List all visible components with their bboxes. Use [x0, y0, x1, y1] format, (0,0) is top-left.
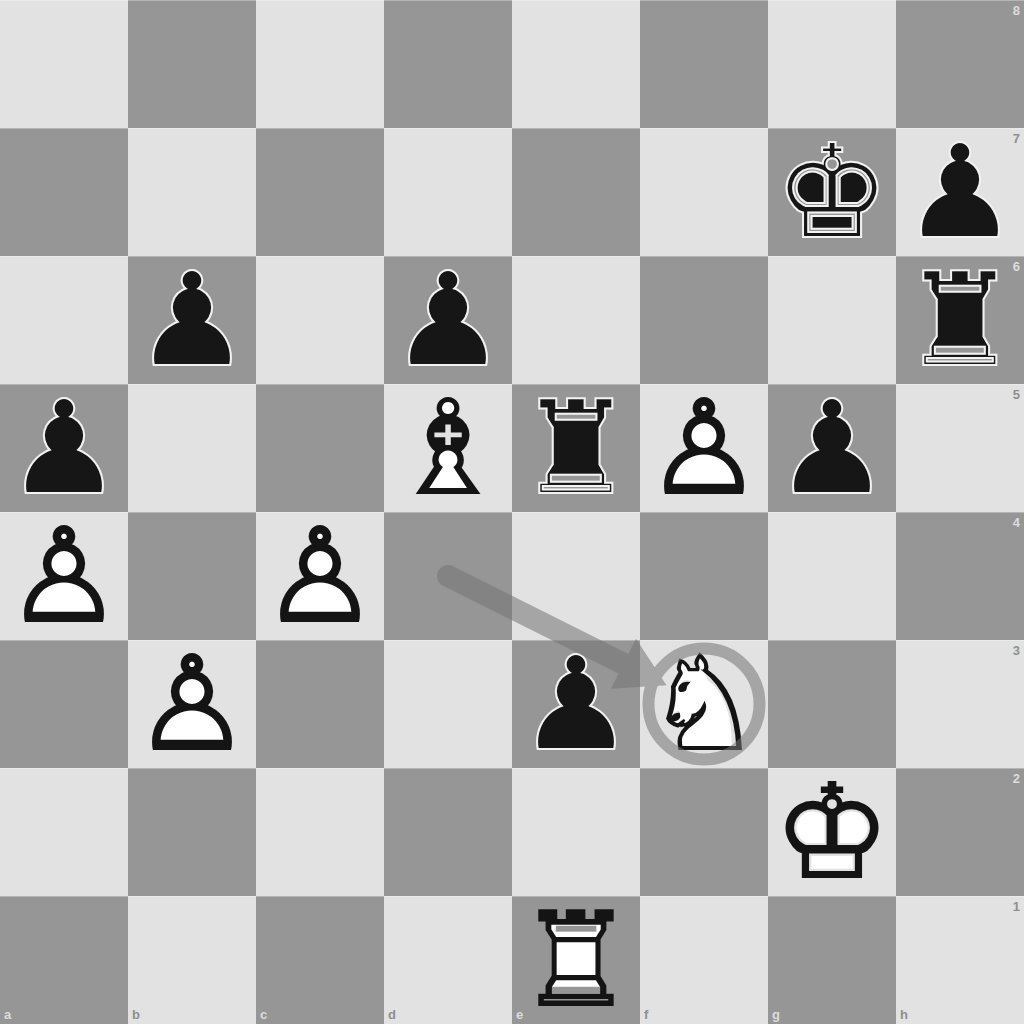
piece-white-rook[interactable]: ♜♖ [512, 896, 640, 1024]
square-h1[interactable]: 1h [896, 896, 1024, 1024]
square-h4[interactable]: 4 [896, 512, 1024, 640]
square-c7[interactable] [256, 128, 384, 256]
square-b8[interactable] [128, 0, 256, 128]
piece-black-pawn[interactable]: ♟ [384, 256, 512, 384]
square-c4[interactable]: ♟♙ [256, 512, 384, 640]
file-label-f: f [644, 1008, 648, 1021]
square-b4[interactable] [128, 512, 256, 640]
piece-black-pawn[interactable]: ♟ [0, 384, 128, 512]
square-e4[interactable] [512, 512, 640, 640]
square-e7[interactable] [512, 128, 640, 256]
square-a6[interactable] [0, 256, 128, 384]
square-f1[interactable]: f [640, 896, 768, 1024]
square-h3[interactable]: 3 [896, 640, 1024, 768]
square-h2[interactable]: 2 [896, 768, 1024, 896]
chess-board: 8♚7♟♟♟6♜♟♝♗♜♟♙♟5♟♙♟♙4♟♙♟♞♘3♚♔2abcde♜♖fg1… [0, 0, 1024, 1024]
piece-white-knight[interactable]: ♞♘ [640, 640, 768, 768]
square-a4[interactable]: ♟♙ [0, 512, 128, 640]
square-a2[interactable] [0, 768, 128, 896]
piece-white-king[interactable]: ♚♔ [768, 768, 896, 896]
piece-black-pawn[interactable]: ♟ [768, 384, 896, 512]
square-c2[interactable] [256, 768, 384, 896]
square-d1[interactable]: d [384, 896, 512, 1024]
square-f5[interactable]: ♟♙ [640, 384, 768, 512]
square-g1[interactable]: g [768, 896, 896, 1024]
square-d3[interactable] [384, 640, 512, 768]
piece-white-pawn[interactable]: ♟♙ [256, 512, 384, 640]
square-g4[interactable] [768, 512, 896, 640]
square-f6[interactable] [640, 256, 768, 384]
rank-label-4: 4 [1013, 516, 1020, 529]
square-e6[interactable] [512, 256, 640, 384]
piece-black-pawn[interactable]: ♟ [128, 256, 256, 384]
file-label-d: d [388, 1008, 396, 1021]
square-f7[interactable] [640, 128, 768, 256]
square-e3[interactable]: ♟ [512, 640, 640, 768]
piece-black-pawn[interactable]: ♟ [512, 640, 640, 768]
file-label-c: c [260, 1008, 267, 1021]
square-h8[interactable]: 8 [896, 0, 1024, 128]
square-f8[interactable] [640, 0, 768, 128]
square-h7[interactable]: 7♟ [896, 128, 1024, 256]
square-d7[interactable] [384, 128, 512, 256]
piece-white-pawn[interactable]: ♟♙ [0, 512, 128, 640]
rank-label-2: 2 [1013, 772, 1020, 785]
square-c3[interactable] [256, 640, 384, 768]
square-h5[interactable]: 5 [896, 384, 1024, 512]
file-label-h: h [900, 1008, 908, 1021]
square-e1[interactable]: e♜♖ [512, 896, 640, 1024]
square-c8[interactable] [256, 0, 384, 128]
rank-label-5: 5 [1013, 388, 1020, 401]
square-d2[interactable] [384, 768, 512, 896]
piece-white-pawn[interactable]: ♟♙ [640, 384, 768, 512]
file-label-b: b [132, 1008, 140, 1021]
square-c6[interactable] [256, 256, 384, 384]
square-d8[interactable] [384, 0, 512, 128]
file-label-g: g [772, 1008, 780, 1021]
square-a3[interactable] [0, 640, 128, 768]
square-b1[interactable]: b [128, 896, 256, 1024]
square-g7[interactable]: ♚ [768, 128, 896, 256]
square-b7[interactable] [128, 128, 256, 256]
square-f4[interactable] [640, 512, 768, 640]
square-a8[interactable] [0, 0, 128, 128]
square-d6[interactable]: ♟ [384, 256, 512, 384]
square-f2[interactable] [640, 768, 768, 896]
square-b2[interactable] [128, 768, 256, 896]
square-g8[interactable] [768, 0, 896, 128]
piece-black-king[interactable]: ♚ [768, 128, 896, 256]
piece-white-pawn[interactable]: ♟♙ [128, 640, 256, 768]
rank-label-1: 1 [1013, 900, 1020, 913]
square-d5[interactable]: ♝♗ [384, 384, 512, 512]
square-g5[interactable]: ♟ [768, 384, 896, 512]
piece-black-pawn[interactable]: ♟ [896, 128, 1024, 256]
square-g3[interactable] [768, 640, 896, 768]
square-b5[interactable] [128, 384, 256, 512]
square-b3[interactable]: ♟♙ [128, 640, 256, 768]
square-g6[interactable] [768, 256, 896, 384]
square-b6[interactable]: ♟ [128, 256, 256, 384]
square-e8[interactable] [512, 0, 640, 128]
square-d4[interactable] [384, 512, 512, 640]
square-f3[interactable]: ♞♘ [640, 640, 768, 768]
rank-label-3: 3 [1013, 644, 1020, 657]
board-grid: 8♚7♟♟♟6♜♟♝♗♜♟♙♟5♟♙♟♙4♟♙♟♞♘3♚♔2abcde♜♖fg1… [0, 0, 1024, 1024]
rank-label-8: 8 [1013, 4, 1020, 17]
file-label-a: a [4, 1008, 11, 1021]
piece-white-bishop[interactable]: ♝♗ [384, 384, 512, 512]
piece-black-rook[interactable]: ♜ [512, 384, 640, 512]
square-e5[interactable]: ♜ [512, 384, 640, 512]
square-g2[interactable]: ♚♔ [768, 768, 896, 896]
square-e2[interactable] [512, 768, 640, 896]
square-a1[interactable]: a [0, 896, 128, 1024]
square-c5[interactable] [256, 384, 384, 512]
square-a7[interactable] [0, 128, 128, 256]
square-a5[interactable]: ♟ [0, 384, 128, 512]
square-h6[interactable]: 6♜ [896, 256, 1024, 384]
square-c1[interactable]: c [256, 896, 384, 1024]
piece-black-rook[interactable]: ♜ [896, 256, 1024, 384]
